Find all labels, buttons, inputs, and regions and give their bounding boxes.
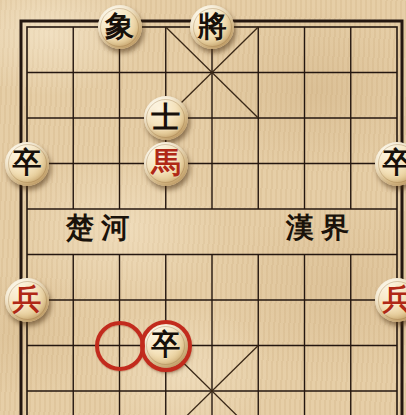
- piece-black-general[interactable]: 將: [190, 5, 234, 49]
- piece-glyph: 士: [151, 103, 180, 132]
- piece-glyph: 將: [198, 12, 227, 41]
- piece-glyph: 象: [105, 12, 134, 41]
- river-label-chu-he: 楚河: [66, 214, 136, 242]
- piece-glyph: 卒: [13, 148, 42, 177]
- piece-glyph: 馬: [151, 148, 180, 177]
- piece-glyph: 兵: [13, 285, 42, 314]
- piece-red-horse[interactable]: 馬: [144, 142, 188, 186]
- xiangqi-board: 楚河 漢界 象將士卒馬卒兵兵卒: [0, 0, 406, 415]
- piece-black-advisor[interactable]: 士: [144, 96, 188, 140]
- piece-glyph: 卒: [383, 148, 406, 177]
- piece-red-soldier-i[interactable]: 兵: [375, 278, 406, 322]
- move-marker-destination-ring: [140, 320, 192, 372]
- piece-red-soldier-a[interactable]: 兵: [5, 278, 49, 322]
- piece-glyph: 兵: [383, 285, 406, 314]
- piece-black-soldier-a[interactable]: 卒: [5, 142, 49, 186]
- river-label-han-jie: 漢界: [286, 214, 356, 242]
- piece-black-elephant[interactable]: 象: [98, 5, 142, 49]
- board-grid: 象將士卒馬卒兵兵卒: [4, 4, 406, 415]
- move-marker-origin-circle: [95, 321, 145, 371]
- piece-black-soldier-i[interactable]: 卒: [375, 142, 406, 186]
